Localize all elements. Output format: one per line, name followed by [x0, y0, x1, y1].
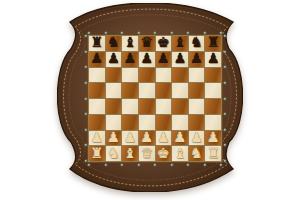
square-g7: ♟ — [189, 52, 205, 67]
square-h3 — [205, 115, 221, 130]
square-e4 — [156, 99, 172, 114]
white-knight-g1: ♞ — [190, 146, 203, 160]
white-pawn-h2: ♟ — [207, 130, 220, 144]
brass-stud — [223, 97, 226, 100]
brass-stud — [104, 31, 107, 34]
square-c4 — [122, 99, 138, 114]
black-pawn-e7: ♟ — [157, 51, 170, 65]
black-pawn-a7: ♟ — [91, 51, 104, 65]
square-a8: ♜ — [89, 36, 105, 51]
black-pawn-d7: ♟ — [140, 51, 153, 65]
brass-stud — [223, 35, 226, 38]
square-d5 — [139, 83, 155, 98]
square-d4 — [139, 99, 155, 114]
square-b3 — [106, 115, 122, 130]
brass-stud — [187, 31, 190, 34]
white-bishop-c1: ♝ — [124, 146, 137, 160]
brass-stud — [121, 31, 124, 34]
white-pawn-f2: ♟ — [174, 130, 187, 144]
square-f5 — [172, 83, 188, 98]
square-f7: ♟ — [172, 52, 188, 67]
square-b5 — [106, 83, 122, 98]
square-c3 — [122, 115, 138, 130]
square-f3 — [172, 115, 188, 130]
square-b7: ♟ — [106, 52, 122, 67]
square-h8: ♜ — [205, 36, 221, 51]
brass-stud — [84, 66, 87, 69]
square-c6 — [122, 68, 138, 83]
black-pawn-g7: ♟ — [190, 51, 203, 65]
brass-stud — [104, 163, 107, 166]
square-d7: ♟ — [139, 52, 155, 67]
square-e2: ♟ — [156, 131, 172, 146]
black-pawn-h7: ♟ — [207, 51, 220, 65]
square-a5 — [89, 83, 105, 98]
black-bishop-f8: ♝ — [174, 35, 187, 49]
square-g8: ♞ — [189, 36, 205, 51]
square-b2: ♟ — [106, 131, 122, 146]
square-b4 — [106, 99, 122, 114]
square-e8: ♚ — [156, 36, 172, 51]
brass-stud — [220, 31, 223, 34]
white-rook-h1: ♜ — [207, 146, 220, 160]
brass-stud — [137, 31, 140, 34]
brass-stud — [154, 163, 157, 166]
white-pawn-g2: ♟ — [190, 130, 203, 144]
white-pawn-c2: ♟ — [124, 130, 137, 144]
board-grid: ♜♞♝♛♚♝♞♜♟♟♟♟♟♟♟♟♟♟♟♟♟♟♟♟♜♞♝♛♚♝♞♜ — [89, 36, 221, 161]
brass-stud — [137, 163, 140, 166]
square-b6 — [106, 68, 122, 83]
square-g6 — [189, 68, 205, 83]
brass-stud — [84, 81, 87, 84]
brass-stud — [223, 113, 226, 116]
brass-stud — [154, 31, 157, 34]
black-queen-d8: ♛ — [140, 35, 153, 49]
brass-stud — [223, 81, 226, 84]
square-a3 — [89, 115, 105, 130]
black-knight-g8: ♞ — [190, 35, 203, 49]
white-rook-a1: ♜ — [91, 146, 104, 160]
white-pawn-b2: ♟ — [107, 130, 120, 144]
black-knight-b8: ♞ — [107, 35, 120, 49]
square-d8: ♛ — [139, 36, 155, 51]
square-d1: ♛ — [139, 146, 155, 161]
square-h5 — [205, 83, 221, 98]
square-e3 — [156, 115, 172, 130]
square-f4 — [172, 99, 188, 114]
brass-stud — [84, 50, 87, 53]
square-a6 — [89, 68, 105, 83]
white-bishop-f1: ♝ — [174, 146, 187, 160]
white-queen-d1: ♛ — [140, 146, 153, 160]
square-e7: ♟ — [156, 52, 172, 67]
brass-stud — [220, 163, 223, 166]
square-e1: ♚ — [156, 146, 172, 161]
square-d3 — [139, 115, 155, 130]
black-bishop-c8: ♝ — [124, 35, 137, 49]
white-king-e1: ♚ — [157, 146, 170, 160]
black-pawn-f7: ♟ — [174, 51, 187, 65]
square-a4 — [89, 99, 105, 114]
brass-stud — [203, 163, 206, 166]
brass-stud — [223, 128, 226, 131]
square-f8: ♝ — [172, 36, 188, 51]
brass-stud — [84, 144, 87, 147]
white-knight-b1: ♞ — [107, 146, 120, 160]
black-pawn-c7: ♟ — [124, 51, 137, 65]
brass-stud — [121, 163, 124, 166]
square-h4 — [205, 99, 221, 114]
brass-stud — [223, 50, 226, 53]
square-a2: ♟ — [89, 131, 105, 146]
brass-stud — [84, 35, 87, 38]
brass-stud — [84, 97, 87, 100]
product-photo: ♜♞♝♛♚♝♞♜♟♟♟♟♟♟♟♟♟♟♟♟♟♟♟♟♜♞♝♛♚♝♞♜ — [0, 0, 300, 200]
brass-stud — [170, 31, 173, 34]
brass-stud — [223, 144, 226, 147]
square-g4 — [189, 99, 205, 114]
white-pawn-e2: ♟ — [157, 130, 170, 144]
square-d2: ♟ — [139, 131, 155, 146]
square-g1: ♞ — [189, 146, 205, 161]
brass-stud — [170, 163, 173, 166]
square-b8: ♞ — [106, 36, 122, 51]
square-g2: ♟ — [189, 131, 205, 146]
brass-stud — [88, 163, 91, 166]
square-f2: ♟ — [172, 131, 188, 146]
square-h7: ♟ — [205, 52, 221, 67]
brass-stud — [84, 160, 87, 163]
square-h2: ♟ — [205, 131, 221, 146]
chess-board: ♜♞♝♛♚♝♞♜♟♟♟♟♟♟♟♟♟♟♟♟♟♟♟♟♜♞♝♛♚♝♞♜ — [57, 3, 243, 192]
brass-stud — [88, 31, 91, 34]
brass-stud — [187, 163, 190, 166]
black-rook-a8: ♜ — [91, 35, 104, 49]
black-pawn-b7: ♟ — [107, 51, 120, 65]
square-d6 — [139, 68, 155, 83]
white-pawn-d2: ♟ — [140, 130, 153, 144]
square-c1: ♝ — [122, 146, 138, 161]
brass-stud — [84, 128, 87, 131]
square-b1: ♞ — [106, 146, 122, 161]
playing-field: ♜♞♝♛♚♝♞♜♟♟♟♟♟♟♟♟♟♟♟♟♟♟♟♟♜♞♝♛♚♝♞♜ — [89, 36, 221, 161]
square-g3 — [189, 115, 205, 130]
square-e6 — [156, 68, 172, 83]
square-g5 — [189, 83, 205, 98]
black-king-e8: ♚ — [157, 35, 170, 49]
square-e5 — [156, 83, 172, 98]
square-c2: ♟ — [122, 131, 138, 146]
brass-stud — [203, 31, 206, 34]
square-c5 — [122, 83, 138, 98]
square-a1: ♜ — [89, 146, 105, 161]
square-f6 — [172, 68, 188, 83]
square-f1: ♝ — [172, 146, 188, 161]
square-c7: ♟ — [122, 52, 138, 67]
brass-stud — [223, 160, 226, 163]
square-c8: ♝ — [122, 36, 138, 51]
brass-stud — [223, 66, 226, 69]
black-rook-h8: ♜ — [207, 35, 220, 49]
brass-stud — [84, 113, 87, 116]
square-h1: ♜ — [205, 146, 221, 161]
square-h6 — [205, 68, 221, 83]
square-a7: ♟ — [89, 52, 105, 67]
white-pawn-a2: ♟ — [91, 130, 104, 144]
